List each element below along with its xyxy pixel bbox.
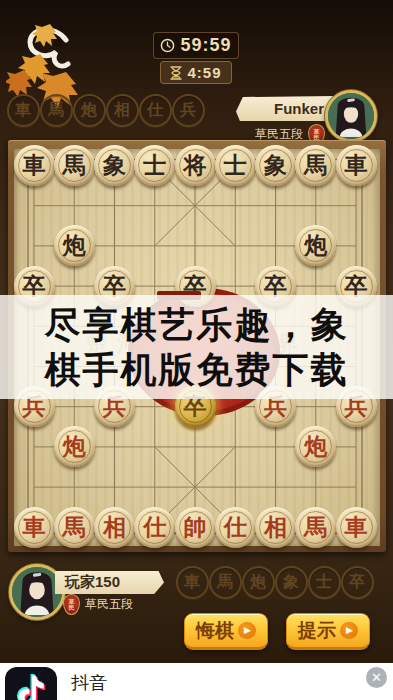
piece-red-車[interactable]: 車 [14, 507, 55, 548]
hourglass-icon [170, 66, 182, 80]
ad-app-name: 抖音 [71, 671, 107, 695]
piece-char: 車 [23, 154, 46, 177]
piece-char: 帥 [184, 516, 207, 539]
total-time-value: 59:59 [180, 35, 231, 56]
undo-move-button[interactable]: 悔棋 ▶ [184, 613, 268, 650]
opponent-name: Funker [274, 100, 324, 117]
piece-char: 相 [103, 516, 126, 539]
captured-slot-炮: 炮 [242, 566, 275, 599]
ad-banner-line2: 棋手机版免费下载 [45, 347, 349, 392]
piece-red-仕[interactable]: 仕 [134, 507, 175, 548]
piece-char: 仕 [224, 516, 247, 539]
captured-slot-馬: 馬 [209, 566, 242, 599]
piece-red-相[interactable]: 相 [255, 507, 296, 548]
piece-char: 象 [264, 154, 287, 177]
move-time-value: 4:59 [187, 64, 221, 81]
ad-close-button[interactable]: ✕ [366, 667, 387, 688]
piece-char: 炮 [304, 234, 327, 257]
piece-char: 士 [143, 154, 166, 177]
piece-red-車[interactable]: 車 [336, 507, 377, 548]
captured-slot-卒: 卒 [341, 566, 374, 599]
piece-char: 炮 [304, 435, 327, 458]
piece-char: 仕 [143, 516, 166, 539]
piece-red-仕[interactable]: 仕 [215, 507, 256, 548]
opponent-name-plate: Funker [236, 96, 334, 121]
piece-black-馬[interactable]: 馬 [54, 145, 95, 186]
captured-slot-車: 車 [176, 566, 209, 599]
piece-char: 車 [345, 516, 368, 539]
move-time-display: 4:59 [160, 61, 232, 84]
captured-slot-象: 象 [275, 566, 308, 599]
piece-char: 象 [103, 154, 126, 177]
piece-char: 馬 [63, 516, 86, 539]
ad-banner-overlay: 尽享棋艺乐趣，象 棋手机版免费下载 [0, 295, 393, 399]
player-portrait [12, 567, 62, 617]
piece-black-車[interactable]: 車 [14, 145, 55, 186]
xiangqi-game-screen: 59:59 4:59 車馬炮相仕兵 Funker 草民五段 草民 楚河 [0, 0, 393, 700]
piece-char: 炮 [63, 435, 86, 458]
hint-play-icon: ▶ [340, 622, 358, 639]
clock-icon [160, 38, 175, 53]
piece-char: 将 [184, 154, 207, 177]
piece-red-炮[interactable]: 炮 [54, 426, 95, 467]
piece-char: 士 [224, 154, 247, 177]
total-time-display: 59:59 [153, 32, 239, 59]
captured-slot-炮: 炮 [73, 94, 106, 127]
piece-char: 車 [345, 154, 368, 177]
ad-banner-line1: 尽享棋艺乐趣，象 [45, 302, 349, 347]
captured-slot-兵: 兵 [172, 94, 205, 127]
piece-black-炮[interactable]: 炮 [54, 225, 95, 266]
undo-play-icon: ▶ [238, 622, 256, 639]
piece-black-馬[interactable]: 馬 [295, 145, 336, 186]
player-name-plate: 玩家150 [55, 571, 164, 594]
piece-char: 炮 [63, 234, 86, 257]
opponent-avatar[interactable] [325, 90, 377, 142]
hint-button[interactable]: 提示 ▶ [286, 613, 370, 650]
hint-label: 提示 [298, 618, 336, 644]
piece-char: 車 [23, 516, 46, 539]
piece-red-相[interactable]: 相 [94, 507, 135, 548]
opponent-portrait [328, 93, 374, 139]
piece-char: 馬 [304, 154, 327, 177]
piece-char: 馬 [63, 154, 86, 177]
douyin-app-icon[interactable] [5, 667, 57, 700]
piece-black-士[interactable]: 士 [215, 145, 256, 186]
captured-slot-相: 相 [106, 94, 139, 127]
piece-black-象[interactable]: 象 [94, 145, 135, 186]
piece-red-帥[interactable]: 帥 [175, 507, 216, 548]
player-rank-line: 草民 草民五段 [63, 594, 133, 615]
piece-black-車[interactable]: 車 [336, 145, 377, 186]
piece-black-象[interactable]: 象 [255, 145, 296, 186]
player-name: 玩家150 [65, 573, 120, 592]
captured-slot-士: 士 [308, 566, 341, 599]
piece-black-将[interactable]: 将 [175, 145, 216, 186]
piece-char: 相 [264, 516, 287, 539]
undo-label: 悔棋 [196, 618, 234, 644]
piece-red-馬[interactable]: 馬 [54, 507, 95, 548]
piece-char: 馬 [304, 516, 327, 539]
piece-red-馬[interactable]: 馬 [295, 507, 336, 548]
captured-slot-車: 車 [7, 94, 40, 127]
ad-install-bar[interactable]: 抖音 ✕ [0, 663, 393, 700]
captured-slot-馬: 馬 [40, 94, 73, 127]
player-rank-badge-icon: 草民 [63, 594, 80, 615]
piece-black-士[interactable]: 士 [134, 145, 175, 186]
player-rank: 草民五段 [85, 596, 133, 613]
captured-slot-仕: 仕 [139, 94, 172, 127]
